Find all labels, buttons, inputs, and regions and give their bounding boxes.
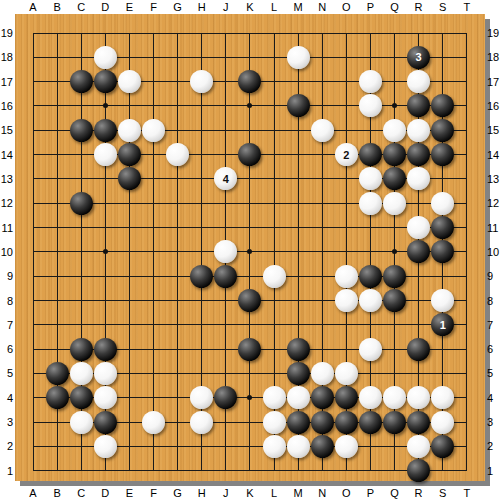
coord-label-col-bottom: K <box>242 487 258 499</box>
stone-white-M4[interactable] <box>287 386 310 409</box>
coord-label-col-bottom: A <box>25 487 41 499</box>
stone-black-O3[interactable] <box>335 411 358 434</box>
go-diagram: AABBCCDDEEFFGGHHJJKKLLMMNNOOPPQQRRSSTT19… <box>0 0 500 500</box>
coord-label-row-right: 14 <box>487 149 500 161</box>
coord-label-row-left: 3 <box>0 416 13 428</box>
grid-hline <box>33 470 467 471</box>
coord-label-col-bottom: L <box>266 487 282 499</box>
coord-label-row-left: 4 <box>0 392 13 404</box>
coord-label-col-bottom: T <box>459 487 475 499</box>
coord-label-row-left: 6 <box>0 343 13 355</box>
coord-label-row-left: 13 <box>0 173 13 185</box>
coord-label-col-bottom: Q <box>387 487 403 499</box>
stone-black-R18[interactable]: 3 <box>407 46 430 69</box>
coord-label-col-top: M <box>290 1 306 13</box>
stone-black-M5[interactable] <box>287 362 310 385</box>
coord-label-row-left: 5 <box>0 367 13 379</box>
coord-label-col-top: D <box>97 1 113 13</box>
grid-vline <box>466 33 467 471</box>
coord-label-col-bottom: B <box>49 487 65 499</box>
stone-black-S15[interactable] <box>431 119 454 142</box>
coord-label-col-bottom: M <box>290 487 306 499</box>
coord-label-row-right: 2 <box>487 440 500 452</box>
stone-black-J9[interactable] <box>214 265 237 288</box>
coord-label-col-top: O <box>338 1 354 13</box>
coord-label-col-top: F <box>146 1 162 13</box>
stone-white-N5[interactable] <box>311 362 334 385</box>
coord-label-col-bottom: D <box>97 487 113 499</box>
coord-label-row-left: 12 <box>0 197 13 209</box>
coord-label-col-top: H <box>194 1 210 13</box>
coord-label-col-top: S <box>435 1 451 13</box>
coord-label-col-bottom: R <box>411 487 427 499</box>
stone-black-D15[interactable] <box>94 119 117 142</box>
coord-label-row-right: 10 <box>487 246 500 258</box>
stone-white-D4[interactable] <box>94 386 117 409</box>
stone-white-P6[interactable] <box>359 338 382 361</box>
coord-label-col-top: L <box>266 1 282 13</box>
coord-label-row-right: 3 <box>487 416 500 428</box>
coord-label-row-left: 16 <box>0 100 13 112</box>
coord-label-col-top: K <box>242 1 258 13</box>
coord-label-col-bottom: E <box>121 487 137 499</box>
coord-label-row-left: 2 <box>0 440 13 452</box>
coord-label-row-left: 7 <box>0 319 13 331</box>
coord-label-row-left: 14 <box>0 149 13 161</box>
stone-white-Q15[interactable] <box>383 119 406 142</box>
coord-label-row-left: 18 <box>0 51 13 63</box>
coord-label-row-left: 10 <box>0 246 13 258</box>
stone-white-O14[interactable]: 2 <box>335 143 358 166</box>
stone-black-R3[interactable] <box>407 411 430 434</box>
stone-black-B5[interactable] <box>46 362 69 385</box>
coord-label-row-right: 15 <box>487 124 500 136</box>
stone-white-D5[interactable] <box>94 362 117 385</box>
coord-label-col-top: E <box>121 1 137 13</box>
stone-black-D17[interactable] <box>94 70 117 93</box>
stone-black-C4[interactable] <box>70 386 93 409</box>
coord-label-row-left: 15 <box>0 124 13 136</box>
coord-label-col-bottom: S <box>435 487 451 499</box>
stone-white-L9[interactable] <box>263 265 286 288</box>
stone-white-S12[interactable] <box>431 192 454 215</box>
coord-label-row-left: 1 <box>0 465 13 477</box>
coord-label-col-bottom: G <box>170 487 186 499</box>
coord-label-row-right: 13 <box>487 173 500 185</box>
stone-white-O2[interactable] <box>335 435 358 458</box>
coord-label-col-top: R <box>411 1 427 13</box>
coord-label-row-right: 12 <box>487 197 500 209</box>
stone-black-N4[interactable] <box>311 386 334 409</box>
coord-label-col-top: C <box>73 1 89 13</box>
stone-black-E14[interactable] <box>118 143 141 166</box>
stone-black-Q14[interactable] <box>383 143 406 166</box>
coord-label-col-top: G <box>170 1 186 13</box>
stone-black-P14[interactable] <box>359 143 382 166</box>
coord-label-col-top: B <box>49 1 65 13</box>
stone-white-M2[interactable] <box>287 435 310 458</box>
stone-white-C5[interactable] <box>70 362 93 385</box>
coord-label-row-right: 7 <box>487 319 500 331</box>
coord-label-col-top: P <box>362 1 378 13</box>
stone-white-F3[interactable] <box>142 411 165 434</box>
stone-black-K6[interactable] <box>238 338 261 361</box>
coord-label-row-right: 4 <box>487 392 500 404</box>
grid-hline <box>33 324 467 325</box>
coord-label-row-left: 9 <box>0 270 13 282</box>
coord-label-row-left: 8 <box>0 295 13 307</box>
coord-label-row-left: 11 <box>0 222 13 234</box>
stone-white-D18[interactable] <box>94 46 117 69</box>
stone-black-O4[interactable] <box>335 386 358 409</box>
stone-white-O9[interactable] <box>335 265 358 288</box>
stone-black-C15[interactable] <box>70 119 93 142</box>
coord-label-row-right: 18 <box>487 51 500 63</box>
stone-black-D3[interactable] <box>94 411 117 434</box>
stone-black-C6[interactable] <box>70 338 93 361</box>
stone-white-R11[interactable] <box>407 216 430 239</box>
coord-label-col-top: A <box>25 1 41 13</box>
coord-label-row-right: 8 <box>487 295 500 307</box>
stone-white-S3[interactable] <box>431 411 454 434</box>
coord-label-col-top: N <box>314 1 330 13</box>
stone-white-N15[interactable] <box>311 119 334 142</box>
stone-white-D14[interactable] <box>94 143 117 166</box>
stone-white-Q12[interactable] <box>383 192 406 215</box>
stone-black-N2[interactable] <box>311 435 334 458</box>
stone-white-L4[interactable] <box>263 386 286 409</box>
stone-black-H9[interactable] <box>190 265 213 288</box>
stone-black-P3[interactable] <box>359 411 382 434</box>
coord-label-row-right: 1 <box>487 465 500 477</box>
stone-white-R2[interactable] <box>407 435 430 458</box>
stone-white-M18[interactable] <box>287 46 310 69</box>
coord-label-col-bottom: F <box>146 487 162 499</box>
stone-black-Q9[interactable] <box>383 265 406 288</box>
coord-label-row-left: 19 <box>0 27 13 39</box>
stone-black-Q8[interactable] <box>383 289 406 312</box>
stone-black-S2[interactable] <box>431 435 454 458</box>
stone-white-P12[interactable] <box>359 192 382 215</box>
coord-label-row-right: 5 <box>487 367 500 379</box>
coord-label-row-right: 6 <box>487 343 500 355</box>
coord-label-col-bottom: C <box>73 487 89 499</box>
stone-white-C3[interactable] <box>70 411 93 434</box>
stone-white-D2[interactable] <box>94 435 117 458</box>
stone-black-C12[interactable] <box>70 192 93 215</box>
coord-label-col-top: J <box>218 1 234 13</box>
stone-black-C17[interactable] <box>70 70 93 93</box>
stone-black-D6[interactable] <box>94 338 117 361</box>
coord-label-col-bottom: P <box>362 487 378 499</box>
stone-black-N3[interactable] <box>311 411 334 434</box>
stone-black-B4[interactable] <box>46 386 69 409</box>
stone-white-F15[interactable] <box>142 119 165 142</box>
stone-white-O8[interactable] <box>335 289 358 312</box>
stone-white-P8[interactable] <box>359 289 382 312</box>
coord-label-row-left: 17 <box>0 76 13 88</box>
coord-label-col-top: T <box>459 1 475 13</box>
stone-black-M3[interactable] <box>287 411 310 434</box>
stone-white-H3[interactable] <box>190 411 213 434</box>
coord-label-col-bottom: O <box>338 487 354 499</box>
coord-label-row-right: 11 <box>487 222 500 234</box>
stone-white-L2[interactable] <box>263 435 286 458</box>
stone-white-E17[interactable] <box>118 70 141 93</box>
stone-black-M16[interactable] <box>287 94 310 117</box>
stone-white-O5[interactable] <box>335 362 358 385</box>
coord-label-row-right: 9 <box>487 270 500 282</box>
stone-white-R15[interactable] <box>407 119 430 142</box>
coord-label-col-top: Q <box>387 1 403 13</box>
coord-label-row-right: 19 <box>487 27 500 39</box>
stone-black-Q3[interactable] <box>383 411 406 434</box>
stone-white-P17[interactable] <box>359 70 382 93</box>
coord-label-col-bottom: J <box>218 487 234 499</box>
coord-label-col-bottom: N <box>314 487 330 499</box>
coord-label-row-right: 17 <box>487 76 500 88</box>
stone-black-P9[interactable] <box>359 265 382 288</box>
stone-black-R6[interactable] <box>407 338 430 361</box>
stone-white-L3[interactable] <box>263 411 286 434</box>
stone-black-M6[interactable] <box>287 338 310 361</box>
stone-white-E15[interactable] <box>118 119 141 142</box>
coord-label-col-bottom: H <box>194 487 210 499</box>
coord-label-row-right: 16 <box>487 100 500 112</box>
